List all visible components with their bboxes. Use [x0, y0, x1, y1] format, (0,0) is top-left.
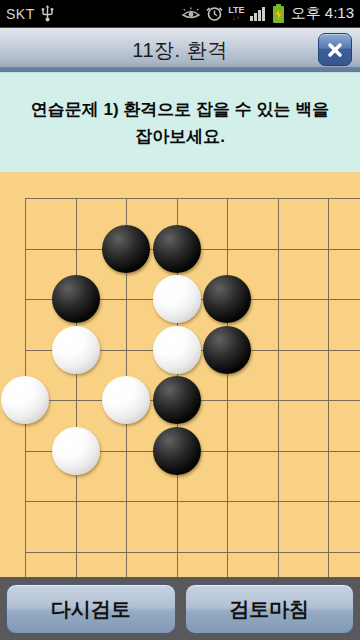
close-icon [326, 41, 344, 59]
problem-instruction-panel: 연습문제 1) 환격으로 잡을 수 있는 백을 잡아보세요. [0, 72, 360, 172]
alarm-icon [206, 5, 223, 22]
close-button[interactable] [318, 33, 352, 66]
go-board[interactable] [0, 172, 360, 577]
page-title: 11장. 환격 [132, 37, 227, 64]
white-stone[interactable] [153, 326, 201, 374]
review-again-button[interactable]: 다시검토 [6, 584, 176, 634]
black-stone[interactable] [203, 326, 251, 374]
white-stone[interactable] [153, 275, 201, 323]
title-bar: 11장. 환격 [0, 27, 360, 72]
white-stone[interactable] [1, 376, 49, 424]
battery-charging-icon [273, 6, 284, 23]
black-stone[interactable] [102, 225, 150, 273]
signal-strength-icon [250, 6, 268, 21]
app-screen: SKT [0, 0, 360, 640]
black-stone[interactable] [153, 225, 201, 273]
footer-button-bar: 다시검토 검토마침 [0, 577, 360, 640]
white-stone[interactable] [52, 326, 100, 374]
lte-icon: LTE ↓↑ [228, 6, 244, 21]
black-stone[interactable] [52, 275, 100, 323]
white-stone[interactable] [52, 427, 100, 475]
usb-icon [41, 5, 54, 22]
clock-label: 오후 4:13 [291, 4, 354, 23]
black-stone[interactable] [153, 376, 201, 424]
carrier-label: SKT [6, 6, 35, 22]
status-bar: SKT [0, 0, 360, 27]
black-stone[interactable] [153, 427, 201, 475]
finish-review-button[interactable]: 검토마침 [185, 584, 355, 634]
smart-stay-eye-icon [181, 7, 201, 21]
problem-instruction-text: 연습문제 1) 환격으로 잡을 수 있는 백을 잡아보세요. [26, 96, 334, 150]
